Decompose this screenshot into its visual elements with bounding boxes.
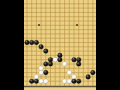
black-stone: [34, 79, 39, 84]
star-point: [76, 24, 78, 26]
black-stone: [58, 53, 63, 58]
thumbnail-stage: [0, 0, 120, 90]
white-stone: [44, 79, 49, 84]
go-board-canvas: [24, 0, 96, 90]
white-stone: [62, 79, 67, 84]
black-stone: [44, 49, 49, 54]
star-point: [38, 24, 40, 26]
white-stone: [62, 62, 67, 67]
black-stone: [76, 79, 81, 84]
go-board[interactable]: [24, 0, 96, 90]
black-stone: [34, 40, 39, 45]
letterbox-right: [96, 0, 120, 90]
black-stone: [25, 40, 30, 45]
black-stone: [29, 79, 34, 84]
white-stone: [67, 79, 72, 84]
black-stone: [44, 62, 49, 67]
black-stone: [39, 45, 44, 50]
black-stone: [44, 70, 49, 75]
black-stone: [72, 79, 77, 84]
white-stone: [34, 75, 39, 80]
black-stone: [48, 62, 53, 67]
black-stone: [58, 57, 63, 62]
black-stone: [86, 75, 91, 80]
white-stone: [72, 75, 77, 80]
black-stone: [91, 70, 96, 75]
white-stone: [67, 70, 72, 75]
black-stone: [72, 57, 77, 62]
letterbox-left: [0, 0, 24, 90]
black-stone: [76, 62, 81, 67]
white-stone: [39, 79, 44, 84]
white-stone: [39, 70, 44, 75]
black-stone: [29, 40, 34, 45]
white-stone: [39, 66, 44, 71]
white-stone: [53, 57, 58, 62]
black-stone: [48, 57, 53, 62]
black-stone: [76, 57, 81, 62]
